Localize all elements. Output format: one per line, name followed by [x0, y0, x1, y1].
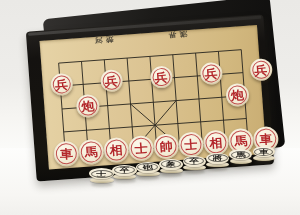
red-piece-general[interactable]: 帥	[153, 133, 180, 160]
piece-glyph: 兵	[204, 68, 218, 81]
black-piece-top: 卒	[183, 156, 206, 167]
black-piece-stack[interactable]: 將	[206, 153, 229, 168]
piece-glyph: 相	[209, 136, 223, 149]
black-piece-stack[interactable]: 馬	[229, 149, 252, 164]
piece-glyph: 炮	[231, 88, 245, 101]
red-piece-soldier[interactable]: 兵	[99, 70, 123, 94]
river-text-right: 漢界	[166, 29, 189, 40]
river-text-left: 楚河	[92, 34, 115, 45]
black-piece-top: 士	[89, 168, 114, 179]
piece-glyph: 相	[109, 144, 123, 157]
black-piece-glyph: 車	[259, 149, 269, 155]
board-piece-grid: 兵兵兵兵兵炮炮車馬相士帥士相馬車	[46, 37, 260, 167]
board-grid-box: 兵兵兵兵兵炮炮車馬相士帥士相馬車	[46, 37, 260, 167]
xiangqi-board: 楚河 漢界	[40, 25, 267, 170]
red-piece-horse[interactable]: 馬	[78, 139, 105, 166]
piece-glyph: 車	[59, 147, 73, 160]
black-piece-glyph: 象	[166, 161, 176, 167]
piece-glyph: 帥	[159, 140, 173, 153]
piece-glyph: 兵	[254, 64, 268, 77]
red-piece-cannon[interactable]: 炮	[225, 82, 250, 107]
black-piece-stack[interactable]: 士	[89, 168, 114, 183]
photo-scene: 楚河 漢界	[0, 0, 300, 215]
piece-glyph: 車	[259, 133, 273, 146]
red-piece-soldier[interactable]: 兵	[50, 73, 74, 97]
red-piece-soldier[interactable]: 兵	[199, 62, 223, 86]
piece-glyph: 兵	[154, 71, 168, 84]
black-piece-glyph: 卒	[189, 158, 199, 164]
black-piece-stack[interactable]: 車	[253, 146, 275, 161]
red-piece-cannon[interactable]: 炮	[76, 93, 101, 118]
black-piece-glyph: 卒	[120, 167, 130, 173]
black-piece-top: 砲	[136, 162, 160, 173]
red-piece-soldier[interactable]: 兵	[149, 66, 173, 90]
piece-glyph: 馬	[234, 135, 248, 148]
black-piece-glyph: 砲	[143, 164, 153, 170]
black-piece-glyph: 士	[97, 171, 107, 177]
piece-glyph: 馬	[84, 146, 98, 159]
black-piece-stack[interactable]: 砲	[136, 162, 160, 177]
black-piece-glyph: 馬	[236, 152, 246, 158]
red-piece-advisor[interactable]: 士	[178, 131, 205, 158]
black-piece-stack[interactable]: 卒	[112, 165, 137, 180]
piece-glyph: 炮	[81, 99, 95, 112]
red-piece-advisor[interactable]: 士	[128, 135, 155, 162]
piece-glyph: 兵	[54, 79, 68, 92]
black-piece-top: 卒	[112, 165, 137, 176]
piece-glyph: 士	[184, 138, 198, 151]
black-piece-top: 將	[206, 153, 229, 164]
red-piece-chariot[interactable]: 車	[53, 140, 80, 167]
black-piece-stack[interactable]: 象	[159, 159, 183, 174]
red-piece-elephant[interactable]: 相	[103, 137, 130, 164]
piece-glyph: 兵	[104, 75, 118, 88]
black-piece-stack[interactable]: 卒	[183, 156, 206, 171]
piece-glyph: 士	[134, 142, 148, 155]
black-piece-top: 象	[159, 159, 183, 170]
black-piece-glyph: 將	[213, 155, 223, 161]
